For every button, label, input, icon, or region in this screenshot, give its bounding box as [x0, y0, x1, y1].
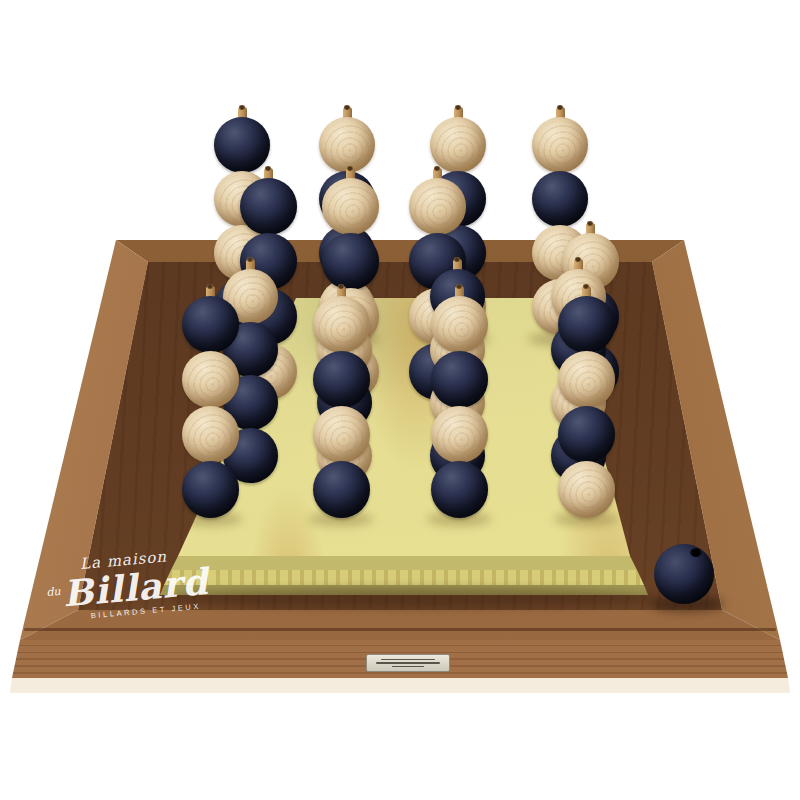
ball-dark — [431, 351, 488, 408]
ball-light — [558, 461, 615, 518]
ball-dark — [558, 406, 615, 463]
ball-dark — [431, 461, 488, 518]
ball-light — [532, 117, 588, 173]
ball-light — [182, 406, 239, 463]
plaque-text-line — [376, 662, 440, 664]
plaque-text-line — [392, 666, 424, 668]
ball-light — [431, 406, 488, 463]
ball-light — [430, 117, 486, 173]
maker-plaque — [366, 654, 450, 672]
ball-light — [182, 351, 239, 408]
ball-dark — [532, 171, 588, 227]
ball-dark — [182, 296, 239, 353]
ball-dark — [322, 233, 379, 290]
ball-light — [431, 296, 488, 353]
product-photo-3d-connect-four: La maison duBillard BILLARDS ET JEUX — [0, 0, 800, 800]
plaque-text-line — [381, 659, 436, 661]
tray-front-groove — [24, 628, 776, 631]
ball-dark — [182, 461, 239, 518]
ball-light — [319, 117, 375, 173]
ball-dark — [240, 178, 297, 235]
ball-light — [558, 351, 615, 408]
ball-dark — [558, 296, 615, 353]
ball-light — [322, 178, 379, 235]
ball-light — [313, 296, 370, 353]
watermark-du: du — [46, 585, 61, 599]
ball-dark — [313, 351, 370, 408]
ball-light — [313, 406, 370, 463]
loose-dark-ball — [654, 544, 714, 604]
ball-dark — [214, 117, 270, 173]
ball-dark — [313, 461, 370, 518]
ball-light — [409, 178, 466, 235]
